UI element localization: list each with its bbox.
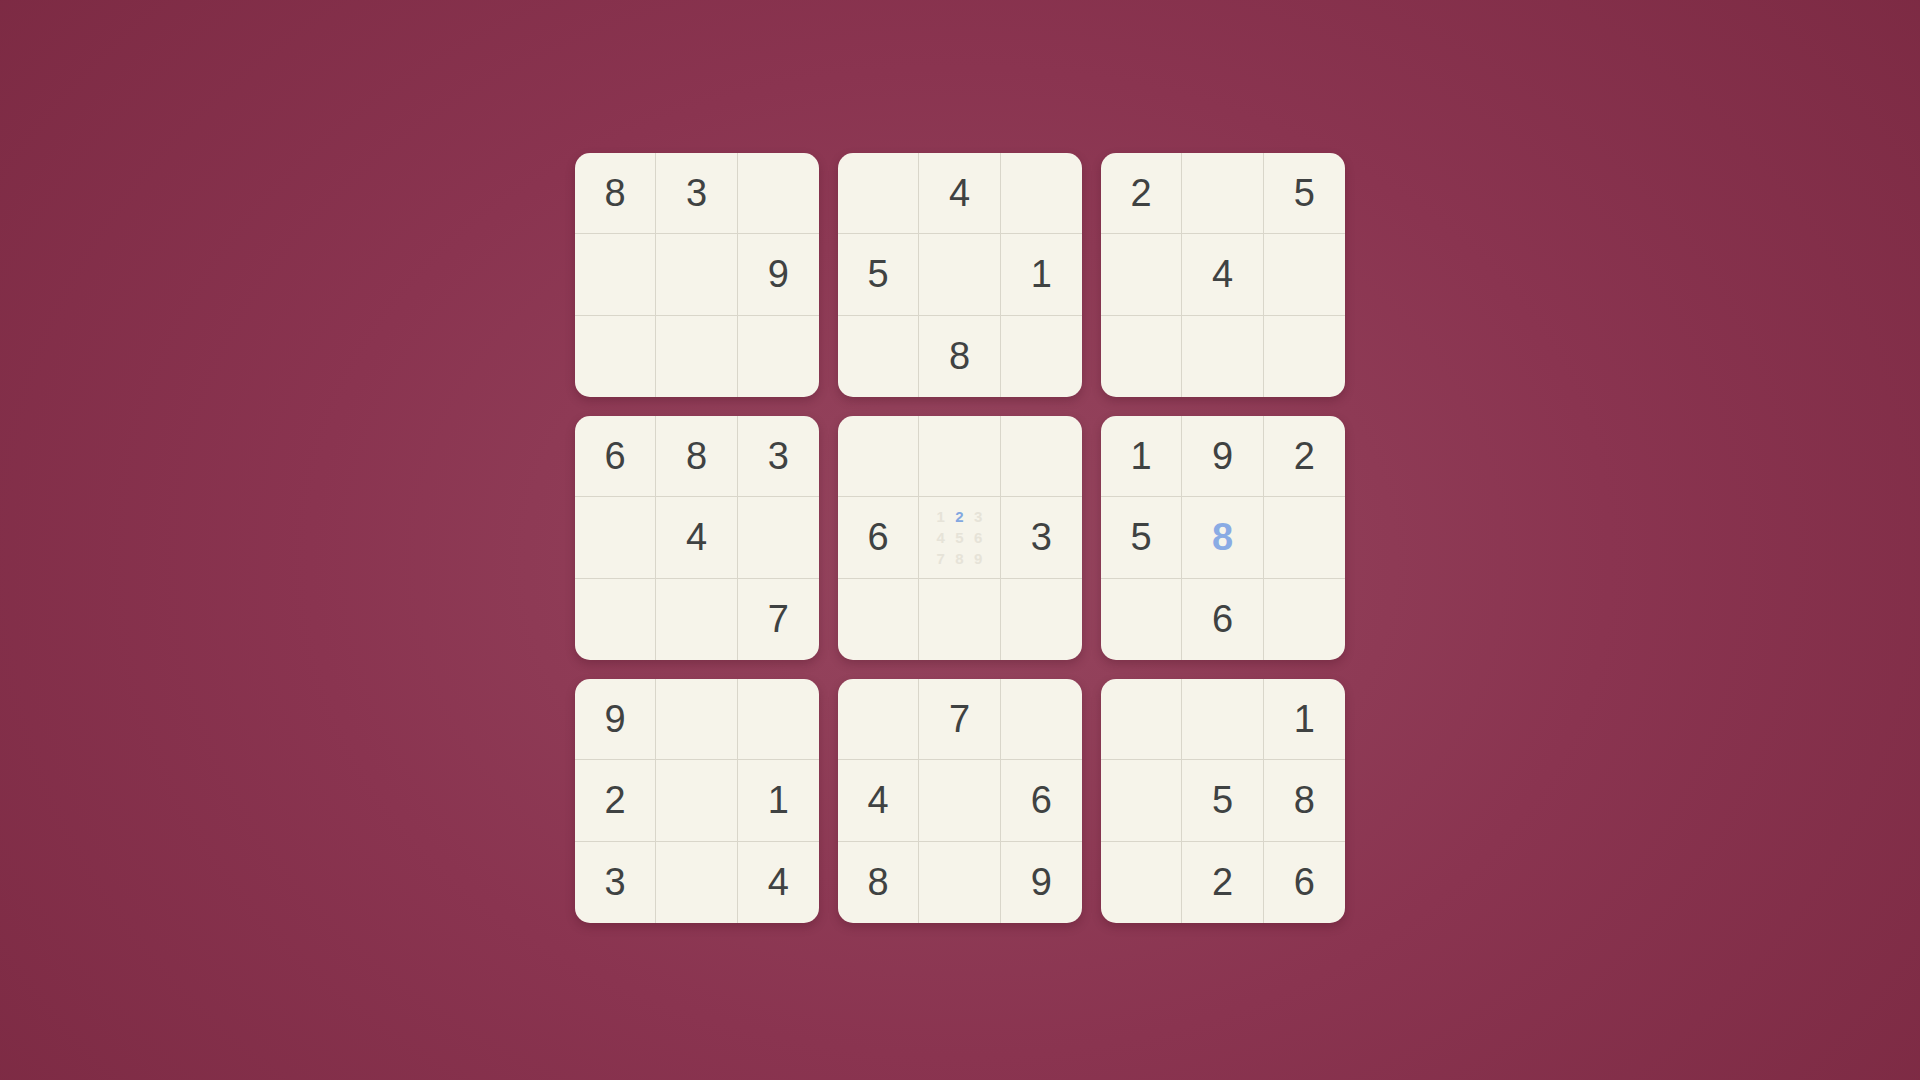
cell-r9c9[interactable]: 6 — [1264, 842, 1345, 923]
cell-r3c5[interactable]: 8 — [919, 316, 1000, 397]
cell-r8c7[interactable] — [1101, 760, 1182, 841]
cell-r1c6[interactable] — [1001, 153, 1082, 234]
cell-r4c3[interactable]: 3 — [738, 416, 819, 497]
box-3: 254 — [1101, 153, 1345, 397]
cell-r5c9[interactable] — [1264, 497, 1345, 578]
box-6: 192586 — [1101, 416, 1345, 660]
cell-r9c6[interactable]: 9 — [1001, 842, 1082, 923]
cell-r1c3[interactable] — [738, 153, 819, 234]
cell-r2c4[interactable]: 5 — [838, 234, 919, 315]
pencil-mark-8: 8 — [950, 548, 969, 569]
cell-r3c1[interactable] — [575, 316, 656, 397]
pencil-mark-5: 5 — [950, 527, 969, 548]
cell-r5c2[interactable]: 4 — [656, 497, 737, 578]
cell-r4c9[interactable]: 2 — [1264, 416, 1345, 497]
cell-r7c8[interactable] — [1182, 679, 1263, 760]
cell-r8c4[interactable]: 4 — [838, 760, 919, 841]
cell-r8c9[interactable]: 8 — [1264, 760, 1345, 841]
box-8: 74689 — [838, 679, 1082, 923]
cell-r6c1[interactable] — [575, 579, 656, 660]
cell-r6c3[interactable]: 7 — [738, 579, 819, 660]
cell-r8c5[interactable] — [919, 760, 1000, 841]
pencil-mark-1: 1 — [931, 506, 950, 527]
cell-r7c3[interactable] — [738, 679, 819, 760]
cell-r6c2[interactable] — [656, 579, 737, 660]
pencil-mark-7: 7 — [931, 548, 950, 569]
cell-r9c8[interactable]: 2 — [1182, 842, 1263, 923]
cell-r4c5[interactable] — [919, 416, 1000, 497]
cell-r6c9[interactable] — [1264, 579, 1345, 660]
cell-r8c8[interactable]: 5 — [1182, 760, 1263, 841]
cell-r2c9[interactable] — [1264, 234, 1345, 315]
cell-r6c4[interactable] — [838, 579, 919, 660]
cell-r6c8[interactable]: 6 — [1182, 579, 1263, 660]
cell-r9c7[interactable] — [1101, 842, 1182, 923]
cell-r5c8[interactable]: 8 — [1182, 497, 1263, 578]
cell-r3c9[interactable] — [1264, 316, 1345, 397]
cell-r3c2[interactable] — [656, 316, 737, 397]
pencil-mark-6: 6 — [969, 527, 988, 548]
cell-r5c7[interactable]: 5 — [1101, 497, 1182, 578]
cell-r6c6[interactable] — [1001, 579, 1082, 660]
sudoku-board: 8394518254683476123456789319258692134746… — [575, 153, 1345, 923]
cell-r7c1[interactable]: 9 — [575, 679, 656, 760]
cell-r8c2[interactable] — [656, 760, 737, 841]
cell-r4c1[interactable]: 6 — [575, 416, 656, 497]
pencil-mark-9: 9 — [969, 548, 988, 569]
cell-r3c7[interactable] — [1101, 316, 1182, 397]
cell-r9c5[interactable] — [919, 842, 1000, 923]
cell-r8c1[interactable]: 2 — [575, 760, 656, 841]
cell-r7c5[interactable]: 7 — [919, 679, 1000, 760]
cell-r4c8[interactable]: 9 — [1182, 416, 1263, 497]
cell-r2c7[interactable] — [1101, 234, 1182, 315]
cell-r9c2[interactable] — [656, 842, 737, 923]
cell-r2c2[interactable] — [656, 234, 737, 315]
box-5: 61234567893 — [838, 416, 1082, 660]
cell-r3c4[interactable] — [838, 316, 919, 397]
cell-r5c5[interactable]: 123456789 — [919, 497, 1000, 578]
cell-r8c3[interactable]: 1 — [738, 760, 819, 841]
cell-r2c6[interactable]: 1 — [1001, 234, 1082, 315]
pencil-marks: 123456789 — [919, 497, 999, 577]
cell-r7c7[interactable] — [1101, 679, 1182, 760]
pencil-mark-2: 2 — [950, 506, 969, 527]
box-1: 839 — [575, 153, 819, 397]
cell-r8c6[interactable]: 6 — [1001, 760, 1082, 841]
cell-r5c6[interactable]: 3 — [1001, 497, 1082, 578]
cell-r9c4[interactable]: 8 — [838, 842, 919, 923]
cell-r1c7[interactable]: 2 — [1101, 153, 1182, 234]
cell-r2c3[interactable]: 9 — [738, 234, 819, 315]
cell-r2c5[interactable] — [919, 234, 1000, 315]
cell-r4c7[interactable]: 1 — [1101, 416, 1182, 497]
cell-r7c2[interactable] — [656, 679, 737, 760]
cell-r1c2[interactable]: 3 — [656, 153, 737, 234]
box-4: 68347 — [575, 416, 819, 660]
pencil-mark-4: 4 — [931, 527, 950, 548]
box-2: 4518 — [838, 153, 1082, 397]
box-9: 15826 — [1101, 679, 1345, 923]
cell-r2c1[interactable] — [575, 234, 656, 315]
cell-r7c4[interactable] — [838, 679, 919, 760]
cell-r6c7[interactable] — [1101, 579, 1182, 660]
cell-r1c5[interactable]: 4 — [919, 153, 1000, 234]
cell-r1c1[interactable]: 8 — [575, 153, 656, 234]
cell-r2c8[interactable]: 4 — [1182, 234, 1263, 315]
cell-r4c2[interactable]: 8 — [656, 416, 737, 497]
cell-r7c9[interactable]: 1 — [1264, 679, 1345, 760]
cell-r1c9[interactable]: 5 — [1264, 153, 1345, 234]
cell-r3c8[interactable] — [1182, 316, 1263, 397]
cell-r5c3[interactable] — [738, 497, 819, 578]
cell-r4c6[interactable] — [1001, 416, 1082, 497]
cell-r9c3[interactable]: 4 — [738, 842, 819, 923]
cell-r3c3[interactable] — [738, 316, 819, 397]
cell-r5c4[interactable]: 6 — [838, 497, 919, 578]
cell-r4c4[interactable] — [838, 416, 919, 497]
cell-r7c6[interactable] — [1001, 679, 1082, 760]
box-7: 92134 — [575, 679, 819, 923]
cell-r9c1[interactable]: 3 — [575, 842, 656, 923]
pencil-mark-3: 3 — [969, 506, 988, 527]
cell-r6c5[interactable] — [919, 579, 1000, 660]
cell-r1c4[interactable] — [838, 153, 919, 234]
cell-r1c8[interactable] — [1182, 153, 1263, 234]
cell-r5c1[interactable] — [575, 497, 656, 578]
cell-r3c6[interactable] — [1001, 316, 1082, 397]
